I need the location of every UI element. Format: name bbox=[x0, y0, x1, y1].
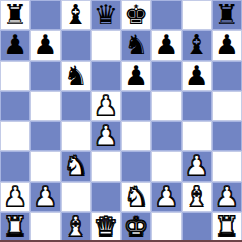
square-a4[interactable] bbox=[0, 121, 30, 151]
square-h1[interactable]: ♜ bbox=[212, 212, 242, 242]
square-e4[interactable] bbox=[121, 121, 151, 151]
square-a8[interactable]: ♜ bbox=[0, 0, 30, 30]
square-e5[interactable] bbox=[121, 91, 151, 121]
piece-black-pawn-icon: ♟ bbox=[124, 61, 148, 91]
square-d6[interactable] bbox=[91, 61, 121, 91]
square-d5[interactable]: ♟ bbox=[91, 91, 121, 121]
square-h3[interactable] bbox=[212, 151, 242, 181]
piece-black-rook-icon: ♜ bbox=[215, 0, 239, 30]
square-b2[interactable]: ♟ bbox=[30, 182, 60, 212]
square-b6[interactable] bbox=[30, 61, 60, 91]
square-d1[interactable]: ♛ bbox=[91, 212, 121, 242]
square-f8[interactable] bbox=[151, 0, 181, 30]
square-d3[interactable] bbox=[91, 151, 121, 181]
square-d4[interactable]: ♟ bbox=[91, 121, 121, 151]
piece-white-queen-icon: ♛ bbox=[94, 212, 118, 242]
piece-black-knight-icon: ♞ bbox=[64, 61, 88, 91]
square-d2[interactable] bbox=[91, 182, 121, 212]
square-f3[interactable] bbox=[151, 151, 181, 181]
square-h8[interactable]: ♜ bbox=[212, 0, 242, 30]
square-f1[interactable] bbox=[151, 212, 181, 242]
square-e3[interactable] bbox=[121, 151, 151, 181]
piece-white-pawn-icon: ♟ bbox=[94, 91, 118, 121]
piece-black-king-icon: ♚ bbox=[124, 0, 148, 30]
square-a2[interactable]: ♟ bbox=[0, 182, 30, 212]
piece-white-pawn-icon: ♟ bbox=[154, 182, 178, 212]
square-h7[interactable]: ♟ bbox=[212, 30, 242, 60]
square-g5[interactable] bbox=[182, 91, 212, 121]
piece-white-bishop-icon: ♝ bbox=[185, 182, 209, 212]
piece-white-king-icon: ♚ bbox=[124, 212, 148, 242]
square-h2[interactable]: ♟ bbox=[212, 182, 242, 212]
piece-white-knight-icon: ♞ bbox=[124, 182, 148, 212]
square-f5[interactable] bbox=[151, 91, 181, 121]
piece-white-rook-icon: ♜ bbox=[3, 212, 27, 242]
square-c8[interactable]: ♝ bbox=[61, 0, 91, 30]
square-e8[interactable]: ♚ bbox=[121, 0, 151, 30]
square-c6[interactable]: ♞ bbox=[61, 61, 91, 91]
piece-white-pawn-icon: ♟ bbox=[185, 151, 209, 181]
piece-black-pawn-icon: ♟ bbox=[33, 30, 57, 60]
square-c5[interactable] bbox=[61, 91, 91, 121]
piece-white-pawn-icon: ♟ bbox=[94, 121, 118, 151]
square-d8[interactable]: ♛ bbox=[91, 0, 121, 30]
piece-black-rook-icon: ♜ bbox=[3, 0, 27, 30]
square-g2[interactable]: ♝ bbox=[182, 182, 212, 212]
square-h5[interactable] bbox=[212, 91, 242, 121]
square-b3[interactable] bbox=[30, 151, 60, 181]
square-e2[interactable]: ♞ bbox=[121, 182, 151, 212]
square-g3[interactable]: ♟ bbox=[182, 151, 212, 181]
square-e1[interactable]: ♚ bbox=[121, 212, 151, 242]
piece-white-pawn-icon: ♟ bbox=[215, 182, 239, 212]
square-b8[interactable] bbox=[30, 0, 60, 30]
square-c2[interactable] bbox=[61, 182, 91, 212]
square-a6[interactable] bbox=[0, 61, 30, 91]
piece-black-bishop-icon: ♝ bbox=[185, 30, 209, 60]
piece-black-pawn-icon: ♟ bbox=[154, 30, 178, 60]
piece-black-knight-icon: ♞ bbox=[124, 30, 148, 60]
piece-white-rook-icon: ♜ bbox=[215, 212, 239, 242]
square-f7[interactable]: ♟ bbox=[151, 30, 181, 60]
chess-board: ♜♝♛♚♜♟♟♞♟♝♟♞♟♟♟♟♞♟♟♟♞♟♝♟♜♝♛♚♜ bbox=[0, 0, 242, 242]
square-f2[interactable]: ♟ bbox=[151, 182, 181, 212]
square-g7[interactable]: ♝ bbox=[182, 30, 212, 60]
piece-white-knight-icon: ♞ bbox=[64, 151, 88, 181]
square-b7[interactable]: ♟ bbox=[30, 30, 60, 60]
square-a1[interactable]: ♜ bbox=[0, 212, 30, 242]
square-h4[interactable] bbox=[212, 121, 242, 151]
square-g8[interactable] bbox=[182, 0, 212, 30]
square-a3[interactable] bbox=[0, 151, 30, 181]
square-f4[interactable] bbox=[151, 121, 181, 151]
square-g4[interactable] bbox=[182, 121, 212, 151]
piece-black-pawn-icon: ♟ bbox=[185, 61, 209, 91]
square-f6[interactable] bbox=[151, 61, 181, 91]
square-a7[interactable]: ♟ bbox=[0, 30, 30, 60]
square-e7[interactable]: ♞ bbox=[121, 30, 151, 60]
piece-black-pawn-icon: ♟ bbox=[215, 30, 239, 60]
square-b4[interactable] bbox=[30, 121, 60, 151]
square-g1[interactable] bbox=[182, 212, 212, 242]
square-d7[interactable] bbox=[91, 30, 121, 60]
piece-white-bishop-icon: ♝ bbox=[64, 212, 88, 242]
piece-white-pawn-icon: ♟ bbox=[3, 182, 27, 212]
square-h6[interactable] bbox=[212, 61, 242, 91]
piece-black-bishop-icon: ♝ bbox=[64, 0, 88, 30]
square-e6[interactable]: ♟ bbox=[121, 61, 151, 91]
piece-white-pawn-icon: ♟ bbox=[33, 182, 57, 212]
chess-app: ♜♝♛♚♜♟♟♞♟♝♟♞♟♟♟♟♞♟♟♟♞♟♝♟♜♝♛♚♜ bbox=[0, 0, 242, 242]
square-b5[interactable] bbox=[30, 91, 60, 121]
square-b1[interactable] bbox=[30, 212, 60, 242]
square-g6[interactable]: ♟ bbox=[182, 61, 212, 91]
piece-black-queen-icon: ♛ bbox=[94, 0, 118, 30]
square-c3[interactable]: ♞ bbox=[61, 151, 91, 181]
piece-black-pawn-icon: ♟ bbox=[3, 30, 27, 60]
square-c7[interactable] bbox=[61, 30, 91, 60]
square-a5[interactable] bbox=[0, 91, 30, 121]
square-c1[interactable]: ♝ bbox=[61, 212, 91, 242]
square-c4[interactable] bbox=[61, 121, 91, 151]
